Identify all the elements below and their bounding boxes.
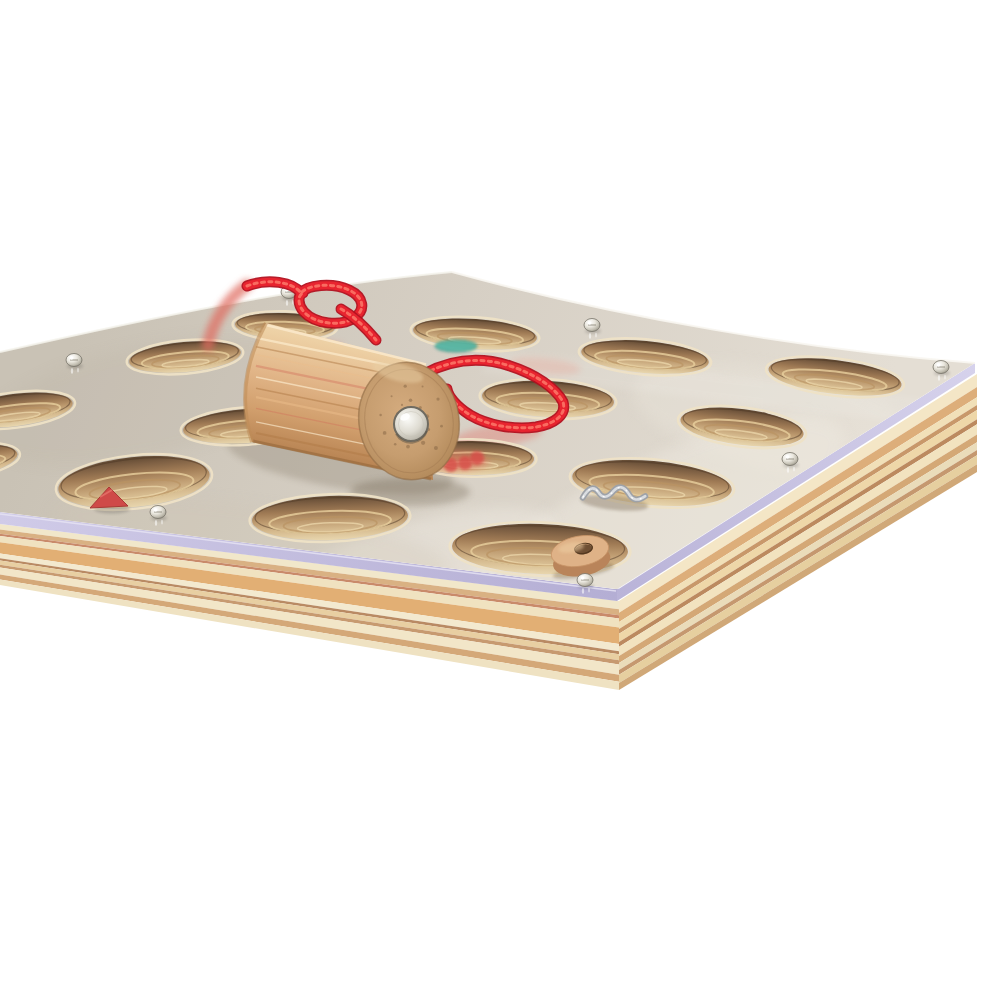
product-photo bbox=[0, 0, 1000, 1000]
teal-ring bbox=[435, 340, 477, 352]
wand-magnet-disc bbox=[394, 407, 428, 443]
board-scene bbox=[0, 0, 1000, 1000]
